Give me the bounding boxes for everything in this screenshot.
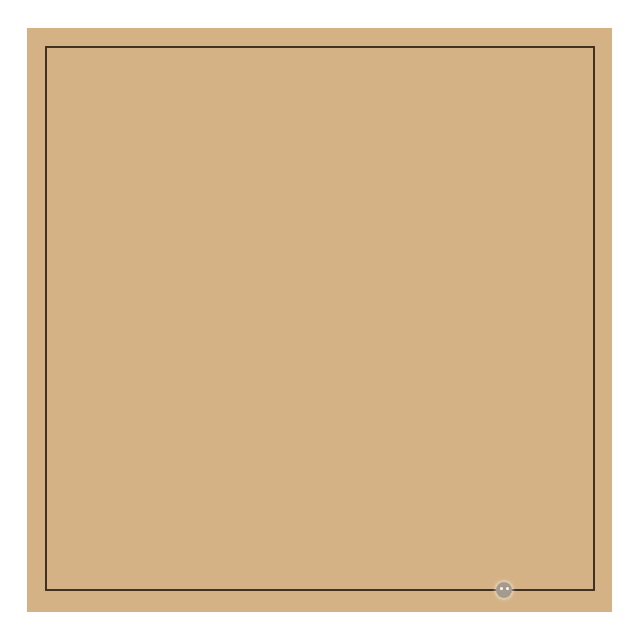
go-diagram-image: [0, 0, 640, 640]
goban-grid: [30, 32, 609, 605]
watermark: [430, 582, 640, 640]
go-board: [27, 28, 612, 612]
toutiao-face-icon: [496, 582, 512, 598]
